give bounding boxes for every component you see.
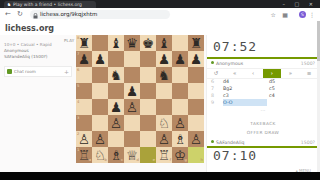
opponent-time-bar — [207, 57, 319, 59]
square-e4[interactable] — [140, 99, 156, 115]
square-h2[interactable]: ♙ — [188, 131, 204, 147]
square-g8[interactable] — [172, 35, 188, 51]
square-c7[interactable] — [108, 51, 124, 67]
square-c8[interactable]: ♝ — [108, 35, 124, 51]
file-label: d — [137, 158, 139, 162]
tab-title: Play with a friend • lichess.org — [13, 2, 82, 7]
browser-titlebar: ♞Play with a friend • lichess.org – □ ✕ — [0, 0, 320, 8]
square-f8[interactable]: ♝ — [156, 35, 172, 51]
square-a5[interactable]: 5 — [76, 83, 92, 99]
file-label: h — [201, 158, 203, 162]
square-h5[interactable] — [188, 83, 204, 99]
square-h4[interactable] — [188, 99, 204, 115]
square-e3[interactable] — [140, 115, 156, 131]
move-white[interactable]: d4 — [223, 78, 267, 85]
square-f3[interactable]: ♘ — [156, 115, 172, 131]
opponent-rating: 1500? — [301, 60, 315, 67]
move-row: 9O-O — [207, 99, 319, 106]
chat-room-box[interactable]: Chat room + — [4, 66, 72, 77]
square-c6[interactable]: ♞ — [108, 67, 124, 83]
square-f4[interactable] — [156, 99, 172, 115]
browser-window: ♞Play with a friend • lichess.org – □ ✕ … — [0, 0, 320, 180]
square-b8[interactable] — [92, 35, 108, 51]
square-f6[interactable]: ♞ — [156, 67, 172, 83]
white-piece-p: ♙ — [172, 115, 188, 131]
square-g3[interactable]: ♙ — [172, 115, 188, 131]
square-e7[interactable] — [140, 51, 156, 67]
square-f7[interactable]: ♟ — [156, 51, 172, 67]
black-piece-b: ♝ — [156, 35, 172, 51]
game-side-panel: 07:52 Anonymous 1500? ↺«‹›»≡ 6d4d57Bg2c5… — [206, 35, 319, 172]
square-b5[interactable] — [92, 83, 108, 99]
square-d8[interactable]: ♛ — [124, 35, 140, 51]
white-piece-p: ♙ — [124, 99, 140, 115]
meta-player-bottom: SAFandeAliq (1500?) — [4, 54, 70, 60]
rank-label: 4 — [77, 100, 79, 104]
rank-label: 2 — [77, 132, 79, 136]
black-piece-p: ♟ — [92, 51, 108, 67]
player-name: SAFandeAliq — [216, 140, 244, 145]
black-piece-k: ♚ — [140, 35, 156, 51]
black-piece-p: ♟ — [156, 51, 172, 67]
file-label: a — [89, 158, 91, 162]
next-move-button[interactable]: › — [263, 69, 281, 78]
square-a1[interactable]: ♖1a — [76, 147, 92, 163]
move-number: 9 — [211, 99, 219, 106]
square-d2[interactable] — [124, 131, 140, 147]
square-e6[interactable] — [140, 67, 156, 83]
square-b1[interactable]: ♘b — [92, 147, 108, 163]
black-piece-r: ♜ — [188, 35, 204, 51]
black-piece-p: ♟ — [172, 51, 188, 67]
square-c1[interactable]: ♗c — [108, 147, 124, 163]
square-d1[interactable]: ♕d — [124, 147, 140, 163]
square-d6[interactable] — [124, 67, 140, 83]
move-white[interactable]: O-O — [223, 99, 267, 106]
rank-label: 6 — [77, 68, 79, 72]
white-piece-b: ♗ — [172, 131, 188, 147]
white-piece-p: ♙ — [92, 131, 108, 147]
window-controls[interactable]: – □ ✕ — [282, 0, 317, 8]
online-dot-icon — [211, 61, 214, 64]
square-h7[interactable]: ♟ — [188, 51, 204, 67]
prev-move-button[interactable]: ‹ — [244, 69, 262, 78]
square-a4[interactable]: 4 — [76, 99, 92, 115]
square-d7[interactable] — [124, 51, 140, 67]
square-f5[interactable] — [156, 83, 172, 99]
square-d3[interactable] — [124, 115, 140, 131]
first-move-button[interactable]: « — [226, 69, 244, 78]
profile-avatar[interactable]: S — [299, 11, 306, 18]
flip-board-button[interactable]: ↺ — [207, 69, 225, 78]
file-label: f — [170, 158, 171, 162]
move-white[interactable]: c3 — [223, 92, 267, 99]
square-g6[interactable] — [172, 67, 188, 83]
square-h6[interactable] — [188, 67, 204, 83]
black-piece-p: ♟ — [188, 51, 204, 67]
file-label: e — [153, 158, 155, 162]
last-move-button[interactable]: » — [281, 69, 299, 78]
move-list: 6d4d57Bg2c58c3c49O-O — [207, 78, 319, 106]
square-f1[interactable]: ♖f — [156, 147, 172, 163]
lichess-logo[interactable]: lichess.org — [5, 24, 54, 33]
move-white[interactable]: Bg2 — [223, 85, 267, 92]
white-piece-p: ♙ — [108, 115, 124, 131]
move-row: 6d4d5 — [207, 78, 319, 85]
square-b4[interactable] — [92, 99, 108, 115]
black-piece-n: ♞ — [156, 67, 172, 83]
square-g5[interactable] — [172, 83, 188, 99]
url-bar[interactable]: lichess.org/9kqjxhtm — [30, 10, 170, 19]
browser-menu-icon[interactable]: ⋮ — [309, 10, 315, 19]
black-piece-q: ♛ — [124, 35, 140, 51]
file-label: c — [121, 158, 123, 162]
square-g4[interactable] — [172, 99, 188, 115]
chat-plus-icon[interactable]: + — [64, 67, 69, 76]
square-e2[interactable] — [140, 131, 156, 147]
square-c5[interactable] — [108, 83, 124, 99]
white-piece-p: ♙ — [188, 131, 204, 147]
extensions-icon[interactable]: ▦ — [282, 10, 288, 19]
square-c4[interactable]: ♟ — [108, 99, 124, 115]
square-h3[interactable] — [188, 115, 204, 131]
rank-label: 1 — [77, 148, 79, 152]
rank-label: 5 — [77, 84, 79, 88]
opponent-name: Anonymous — [216, 61, 243, 66]
square-e1[interactable]: e — [140, 147, 156, 163]
game-meta-box: 10+0 • Casual • Rapid Anonymous SAFandeA… — [4, 42, 70, 60]
square-a7[interactable]: ♟7 — [76, 51, 92, 67]
square-a2[interactable]: ♙2 — [76, 131, 92, 147]
opponent-player-row[interactable]: Anonymous 1500? — [211, 60, 315, 67]
rank-label: 7 — [77, 52, 79, 56]
square-e8[interactable]: ♚ — [140, 35, 156, 51]
square-c2[interactable] — [108, 131, 124, 147]
player-rating: 1500? — [301, 139, 315, 146]
square-g2[interactable]: ♗ — [172, 131, 188, 147]
move-number: 8 — [211, 92, 219, 99]
player-clock: 07:10 — [213, 148, 257, 163]
square-b2[interactable]: ♙ — [92, 131, 108, 147]
opponent-clock: 07:52 — [213, 39, 257, 54]
square-c3[interactable]: ♙ — [108, 115, 124, 131]
square-f2[interactable]: ♙ — [156, 131, 172, 147]
white-piece-n: ♘ — [156, 115, 172, 131]
square-g7[interactable]: ♟ — [172, 51, 188, 67]
player-row[interactable]: SAFandeAliq 1500? — [211, 139, 315, 146]
square-g1[interactable]: ♔g — [172, 147, 188, 163]
move-number: 6 — [211, 78, 219, 85]
move-row: 8c3c4 — [207, 92, 319, 99]
square-d4[interactable]: ♙ — [124, 99, 140, 115]
black-piece-n: ♞ — [108, 67, 124, 83]
rank-label: 3 — [77, 116, 79, 120]
chess-board: ♜8♝♛♚♝♜♟7♟♟♟♟6♞♞5♟4♟♙3♙♘♙♙2♙♙♗♙♖1a♘b♗c♕d… — [76, 35, 204, 163]
file-label: g — [185, 158, 187, 162]
move-black[interactable]: c4 — [269, 92, 313, 99]
square-h8[interactable]: ♜ — [188, 35, 204, 51]
bottom-black-bar — [0, 172, 320, 180]
move-black[interactable]: c5 — [269, 85, 313, 92]
reload-icon[interactable]: ↻ — [17, 9, 23, 20]
move-list-more: ··· — [207, 107, 319, 113]
square-a3[interactable]: 3 — [76, 115, 92, 131]
black-piece-p: ♟ — [124, 83, 140, 99]
chat-label: Chat room — [14, 69, 36, 74]
white-piece-p: ♙ — [156, 131, 172, 147]
move-black[interactable]: d5 — [269, 78, 313, 85]
browser-tab[interactable]: ♞Play with a friend • lichess.org — [4, 1, 96, 8]
bookmark-star-icon[interactable]: ☆ — [271, 10, 276, 19]
black-piece-p: ♟ — [108, 99, 124, 115]
padlock-icon — [33, 13, 38, 19]
back-icon[interactable]: ← — [5, 9, 11, 20]
browser-addressbar: ← ↻ lichess.org/9kqjxhtm ☆ ▦ S ⋮ — [0, 8, 320, 22]
board-menu-button[interactable]: ≡ — [300, 69, 318, 78]
black-piece-b: ♝ — [108, 35, 124, 51]
square-e5[interactable] — [140, 83, 156, 99]
rank-label: 8 — [77, 36, 79, 40]
square-a8[interactable]: ♜8 — [76, 35, 92, 51]
chat-online-icon — [7, 69, 12, 74]
square-b7[interactable]: ♟ — [92, 51, 108, 67]
move-number: 7 — [211, 85, 219, 92]
online-dot-icon — [211, 140, 214, 143]
takeback-button[interactable]: TAKEBACK — [207, 121, 319, 126]
file-label: b — [105, 158, 107, 162]
square-d5[interactable]: ♟ — [124, 83, 140, 99]
lichess-header: lichess.org PLAYPUZZLESLEARNWATCHCOMMUNI… — [0, 21, 320, 35]
square-a6[interactable]: 6 — [76, 67, 92, 83]
offer-draw-button[interactable]: OFFER DRAW — [207, 130, 319, 135]
move-row: 7Bg2c5 — [207, 85, 319, 92]
square-h1[interactable]: h — [188, 147, 204, 163]
lichess-favicon-icon: ♞ — [7, 2, 11, 7]
url-text: lichess.org/9kqjxhtm — [40, 11, 97, 17]
square-b6[interactable] — [92, 67, 108, 83]
square-b3[interactable] — [92, 115, 108, 131]
